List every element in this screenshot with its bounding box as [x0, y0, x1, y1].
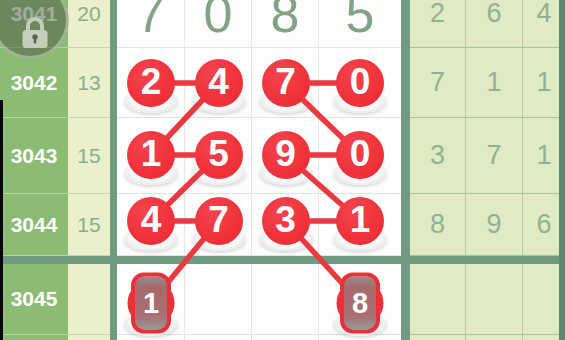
circle-digit: 3 [275, 199, 296, 241]
right-separator-bar [401, 194, 410, 256]
picked-number-marker[interactable]: 1 [127, 279, 175, 327]
right-stat-cell-text: 9 [486, 209, 501, 240]
circle-digit: 1 [350, 199, 371, 241]
row-label-3045-text: 3045 [11, 287, 58, 311]
number-circle[interactable]: 3 [262, 197, 310, 245]
table-right-border [559, 0, 565, 340]
left-separator-bar [110, 48, 117, 118]
main-digit-cell[interactable] [252, 264, 319, 335]
chart-row-3041: 3041207085264 [0, 0, 565, 48]
row-label-3042-text: 3042 [11, 71, 58, 95]
count-cell-text: 15 [77, 144, 100, 168]
main-digit-cell[interactable]: 5 [319, 0, 401, 48]
number-circle[interactable]: 9 [262, 131, 310, 179]
count-cell: 15 [68, 118, 110, 194]
thick-row-divider [0, 256, 565, 264]
right-separator-bar [401, 335, 410, 340]
main-digit-cell[interactable] [185, 335, 252, 340]
count-cell [68, 264, 110, 335]
right-separator-bar [401, 264, 410, 335]
circle-digit: 7 [275, 61, 296, 103]
count-cell: 20 [68, 0, 110, 48]
picked-digit: 1 [143, 287, 159, 320]
right-stat-cell: 2 [410, 0, 466, 48]
lottery-chart-screen: 3041207085264304213711304315371304415896… [0, 0, 565, 340]
right-stat-cell [466, 335, 523, 340]
right-stat-cell-text: 6 [486, 0, 501, 29]
number-circle[interactable]: 1 [336, 197, 384, 245]
circle-digit: 4 [208, 61, 229, 103]
right-stat-cell: 1 [466, 48, 523, 118]
right-stat-cell [410, 335, 466, 340]
count-cell-text: 20 [77, 2, 100, 26]
number-circle[interactable]: 4 [127, 197, 175, 245]
right-stat-cell: 6 [466, 0, 523, 48]
main-digit-cell[interactable] [319, 335, 401, 340]
right-stat-cell-text: 2 [430, 0, 445, 29]
picked-marker-frame: 1 [131, 273, 171, 334]
main-digit-cell[interactable]: 0 [185, 0, 252, 48]
number-circle[interactable]: 0 [336, 59, 384, 107]
count-cell: 15 [68, 194, 110, 256]
circle-digit: 9 [275, 133, 296, 175]
picked-number-marker[interactable]: 8 [336, 279, 384, 327]
row-label-3043: 3043 [0, 118, 68, 194]
number-circle[interactable]: 7 [262, 59, 310, 107]
circle-digit: 1 [141, 133, 162, 175]
left-separator-bar [110, 0, 117, 48]
number-circle[interactable]: 0 [336, 131, 384, 179]
main-digit-cell[interactable] [185, 264, 252, 335]
count-cell-text: 15 [77, 213, 100, 237]
number-circle[interactable]: 5 [195, 131, 243, 179]
right-stat-cell: 9 [466, 194, 523, 256]
main-digit-cell-text: 8 [271, 0, 300, 40]
right-stat-cell-text: 6 [536, 209, 551, 240]
main-digit-cell[interactable] [252, 335, 319, 340]
number-circle[interactable]: 7 [195, 197, 243, 245]
left-separator-bar [110, 118, 117, 194]
right-stat-cell-text: 3 [430, 140, 445, 171]
right-stat-cell-text: 7 [430, 67, 445, 98]
count-cell [68, 335, 110, 340]
row-label-3044: 3044 [0, 194, 68, 256]
row-label-3045: 3045 [0, 264, 68, 335]
circle-digit: 0 [350, 61, 371, 103]
right-stat-cell-text: 1 [536, 140, 551, 171]
count-cell-text: 13 [77, 71, 100, 95]
row-label-3043-text: 3043 [11, 144, 58, 168]
right-stat-cell [466, 264, 523, 335]
main-digit-cell[interactable]: 8 [252, 0, 319, 48]
circle-digit: 0 [350, 133, 371, 175]
main-digit-cell[interactable] [117, 335, 185, 340]
right-stat-cell: 7 [410, 48, 466, 118]
chart-row-3045: 3045 [0, 264, 565, 335]
circle-digit: 2 [141, 61, 162, 103]
right-stat-cell-text: 8 [430, 209, 445, 240]
number-circle[interactable]: 1 [127, 131, 175, 179]
main-digit-cell-text: 0 [204, 0, 233, 40]
number-circle[interactable]: 2 [127, 59, 175, 107]
right-stat-cell-text: 7 [486, 140, 501, 171]
right-separator-bar [401, 48, 410, 118]
row-label [0, 335, 68, 340]
row-label-3044-text: 3044 [11, 213, 58, 237]
number-circle[interactable]: 4 [195, 59, 243, 107]
right-stat-cell: 7 [466, 118, 523, 194]
partial-next-row [0, 335, 565, 340]
left-separator-bar [110, 335, 117, 340]
count-cell: 13 [68, 48, 110, 118]
screen-edge-strip [0, 100, 3, 340]
left-separator-bar [110, 194, 117, 256]
main-digit-cell-text: 7 [136, 0, 165, 40]
right-stat-cell-text: 4 [536, 0, 551, 29]
right-separator-bar [401, 118, 410, 194]
lock-icon [21, 15, 49, 49]
right-stat-cell: 3 [410, 118, 466, 194]
main-digit-cell[interactable]: 7 [117, 0, 185, 48]
right-separator-bar [401, 0, 410, 48]
left-separator-bar [110, 264, 117, 335]
circle-digit: 4 [141, 199, 162, 241]
right-stat-cell-text: 1 [486, 67, 501, 98]
picked-digit: 8 [352, 287, 368, 320]
circle-digit: 7 [208, 199, 229, 241]
right-stat-cell [410, 264, 466, 335]
right-stat-cell-text: 1 [536, 67, 551, 98]
picked-marker-frame: 8 [340, 273, 380, 334]
main-digit-cell-text: 5 [346, 0, 375, 40]
right-stat-cell: 8 [410, 194, 466, 256]
circle-digit: 5 [208, 133, 229, 175]
